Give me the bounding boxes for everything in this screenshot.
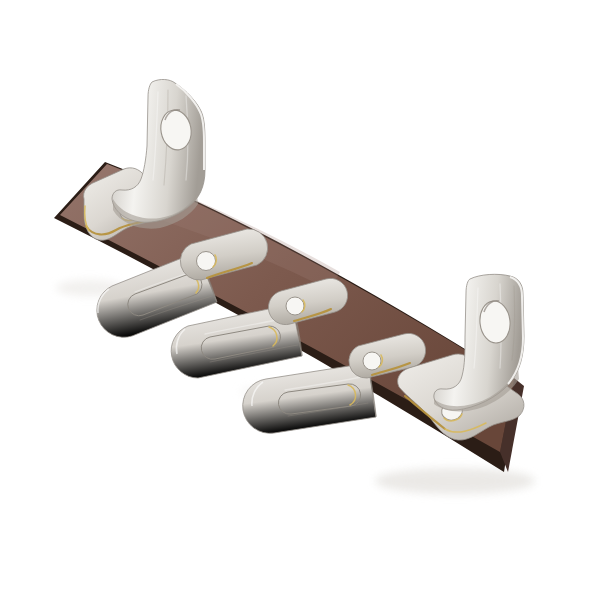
lug3-rivet-hole bbox=[363, 352, 381, 370]
terminal-strip-photo bbox=[0, 0, 600, 600]
lug2-rivet-hole bbox=[286, 297, 304, 315]
product-photo bbox=[0, 0, 600, 600]
